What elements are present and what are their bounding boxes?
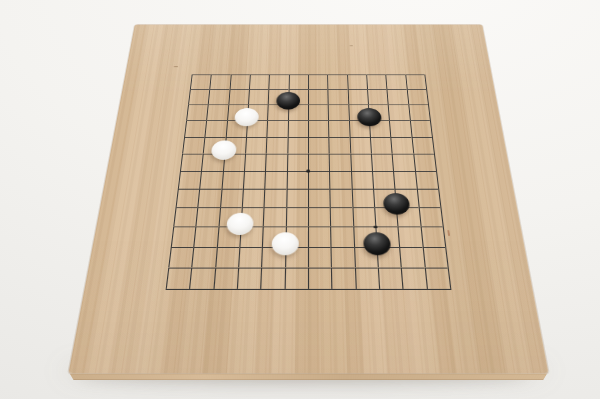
grid-cell	[229, 75, 250, 90]
grid-cell	[329, 171, 351, 189]
grid-cell	[198, 189, 222, 208]
grid-cell	[349, 137, 371, 154]
grid-cell	[287, 154, 308, 171]
wood-grain-mark	[447, 230, 449, 236]
grid-cell	[327, 75, 347, 90]
grid-cell	[244, 154, 266, 171]
grid-cell	[391, 137, 413, 154]
grid-cell	[351, 171, 373, 189]
grid-cell	[220, 189, 243, 208]
grid-cell	[308, 89, 328, 104]
grid-cell	[189, 267, 214, 288]
stone-black	[357, 108, 382, 126]
grid-cell	[329, 137, 350, 154]
grid-cell	[328, 120, 349, 136]
wood-grain-mark	[174, 66, 179, 67]
grid-cell	[372, 171, 395, 189]
photo-scene	[0, 0, 600, 399]
grid-cell	[287, 120, 308, 136]
grid-cell	[392, 154, 415, 171]
wood-grain-mark	[349, 45, 353, 46]
grid-cell	[184, 120, 206, 136]
grid-cell	[328, 105, 349, 121]
grid-cell	[194, 227, 218, 247]
grid-cell	[188, 89, 210, 104]
grid-cell	[238, 247, 262, 268]
grid-cell	[331, 267, 355, 288]
grid-cell	[264, 189, 286, 208]
grid-cell	[176, 189, 200, 208]
grid-cell	[330, 227, 353, 247]
grid-cell	[355, 267, 380, 288]
grid-cell	[173, 208, 197, 227]
stone-black	[363, 232, 391, 255]
grid-cell	[411, 137, 434, 154]
grid-cell	[286, 171, 308, 189]
grid-cell	[351, 189, 374, 208]
grid-cell	[206, 105, 228, 121]
grid-cell	[328, 89, 348, 104]
grid-cell	[389, 120, 411, 136]
grid-cell	[213, 267, 238, 288]
grid-cell	[308, 208, 330, 227]
grid-cell	[221, 171, 244, 189]
grid-cell	[416, 189, 440, 208]
grid-cell	[401, 267, 426, 288]
grid-cell	[399, 247, 424, 268]
grid-cell	[393, 171, 416, 189]
grid-cell	[249, 75, 269, 90]
board-front-edge	[70, 373, 548, 380]
grid-cell	[406, 89, 428, 104]
go-board	[68, 25, 548, 374]
grid-cell	[308, 137, 329, 154]
grid-cell	[190, 75, 211, 90]
grid-cell	[263, 208, 286, 227]
grid-cell	[196, 208, 220, 227]
grid-cell	[215, 247, 240, 268]
grid-cell	[331, 247, 355, 268]
stone-white	[271, 232, 298, 255]
grid-cell	[329, 154, 351, 171]
grid-cell	[308, 171, 330, 189]
grid-cell	[387, 89, 408, 104]
grid-cell	[330, 208, 353, 227]
stone-black	[276, 92, 300, 110]
grid-cell	[408, 105, 430, 121]
grid-cell	[350, 154, 372, 171]
grid-cell	[186, 105, 208, 121]
grid-cell	[266, 137, 287, 154]
grid-cell	[386, 75, 407, 90]
grid-cell	[424, 267, 450, 288]
grid-cell	[200, 171, 223, 189]
grid-cell	[237, 267, 262, 288]
grid-cell	[367, 89, 388, 104]
grid-cell	[378, 267, 403, 288]
grid-cell	[286, 189, 308, 208]
grid-cell	[261, 267, 285, 288]
grid-cell	[405, 75, 426, 90]
grid-cell	[242, 189, 265, 208]
grid-cell	[415, 171, 439, 189]
grid-cell	[265, 171, 287, 189]
grid-cell	[398, 227, 422, 247]
grid-cell	[284, 267, 308, 288]
grid-cell	[308, 267, 332, 288]
grid-cell	[308, 227, 331, 247]
grid-cell	[287, 137, 308, 154]
grid-cell	[243, 171, 265, 189]
grid-cell	[166, 267, 192, 288]
grid-cell	[308, 120, 329, 136]
grid-cell	[410, 120, 432, 136]
grid-cell	[288, 75, 308, 90]
grid-cell	[370, 137, 392, 154]
grid-cell	[308, 154, 329, 171]
grid-cell	[168, 247, 193, 268]
grid-cell	[210, 75, 231, 90]
grid-cell	[366, 75, 387, 90]
board-grid	[166, 75, 452, 290]
grid-cell	[422, 247, 447, 268]
grid-cell	[308, 105, 328, 121]
grid-cell	[248, 89, 269, 104]
grid-cell	[286, 208, 308, 227]
grid-cell	[420, 227, 445, 247]
grid-cell	[347, 75, 367, 90]
grid-cell	[347, 89, 368, 104]
grid-cell	[205, 120, 227, 136]
grid-cell	[330, 189, 352, 208]
grid-cell	[228, 89, 249, 104]
grid-cell	[352, 208, 375, 227]
grid-cell	[413, 154, 436, 171]
grid-cell	[388, 105, 410, 121]
grid-cell	[192, 247, 217, 268]
grid-cell	[267, 120, 288, 136]
grid-cell	[418, 208, 442, 227]
grid-cell	[265, 154, 287, 171]
grid-cell	[308, 75, 328, 90]
grid-cell	[180, 154, 203, 171]
grid-cell	[178, 171, 202, 189]
grid-cell	[182, 137, 205, 154]
perspective-stage	[107, 0, 510, 384]
grid-cell	[371, 154, 393, 171]
grid-cell	[208, 89, 229, 104]
grid-cell	[269, 75, 289, 90]
grid-cell	[171, 227, 196, 247]
grid-cell	[308, 189, 330, 208]
grid-cell	[308, 247, 331, 268]
grid-cell	[245, 137, 267, 154]
